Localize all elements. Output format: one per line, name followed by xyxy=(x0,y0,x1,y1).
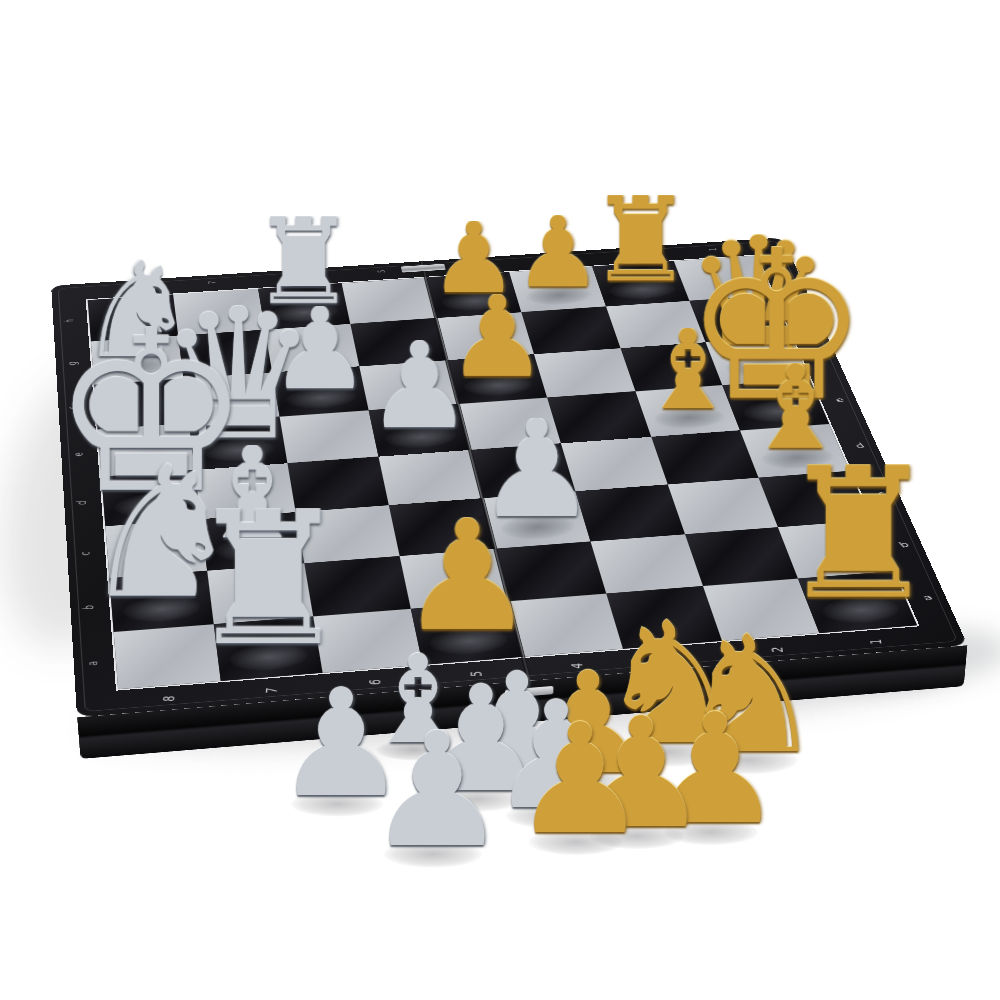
square-c4: ♟ xyxy=(482,491,590,548)
square-e2: ♝ xyxy=(635,385,740,437)
square-b5 xyxy=(400,548,509,608)
piece-reflection-e2 xyxy=(651,405,728,431)
square-c6 xyxy=(295,505,400,563)
file-label-right-g: g xyxy=(794,310,807,318)
square-g5 xyxy=(351,318,447,366)
file-label-right-c: c xyxy=(875,489,889,498)
square-d8: ♚ xyxy=(101,470,200,526)
square-a6 xyxy=(313,609,423,673)
piece-reflection-h4 xyxy=(439,289,510,312)
piece-reflection-b8 xyxy=(122,594,202,625)
rank-label-front-4: 4 xyxy=(568,663,586,669)
file-label-left-e: e xyxy=(71,452,86,456)
piece-reflection-a1 xyxy=(818,595,904,626)
square-g4 xyxy=(436,312,534,360)
square-b7 xyxy=(207,563,313,624)
square-e1: ♚ xyxy=(723,379,830,430)
square-c5 xyxy=(389,498,495,556)
square-f1: ♛ xyxy=(706,336,810,385)
square-e4 xyxy=(458,398,560,450)
rank-label-front-5: 5 xyxy=(467,671,485,677)
square-d3 xyxy=(561,437,668,491)
square-d5 xyxy=(379,450,483,505)
square-e3 xyxy=(547,391,651,443)
silver-rook-h6: ♜ xyxy=(251,216,357,308)
piece-reflection-h2 xyxy=(607,278,679,301)
scene: ♜♟♟♜♞♟♟♛♛♟♝♚♚♝♝♟♞♜♟♜ 88hh77gg66ff55ee44d… xyxy=(0,0,1000,1000)
square-g7 xyxy=(178,330,272,379)
square-h7 xyxy=(173,289,265,336)
square-a1: ♜ xyxy=(798,571,917,633)
square-e5: ♟ xyxy=(369,404,470,457)
square-b6 xyxy=(304,556,411,617)
file-label-left-c: c xyxy=(78,552,93,556)
square-h4: ♟ xyxy=(426,272,521,318)
file-label-left-f: f xyxy=(68,407,82,409)
square-e8 xyxy=(98,423,195,477)
square-b8: ♞ xyxy=(109,570,213,632)
file-label-right-b: b xyxy=(896,540,911,550)
square-f6: ♟ xyxy=(272,366,369,417)
piece-reflection-e1 xyxy=(740,398,817,424)
file-label-left-b: b xyxy=(81,605,97,610)
square-h1 xyxy=(674,256,773,301)
file-label-left-g: g xyxy=(65,362,79,366)
square-g1 xyxy=(690,295,791,342)
rank-label-front-7: 7 xyxy=(263,688,281,694)
piece-reflection-h3 xyxy=(523,284,594,307)
chess-board: ♜♟♟♜♞♟♟♛♛♟♝♚♚♝♝♟♞♜♟♜ 88hh77gg66ff55ee44d… xyxy=(51,238,967,718)
piece-reflection-c4 xyxy=(498,513,578,542)
square-d1: ♝ xyxy=(740,424,849,478)
piece-reflection-d1 xyxy=(758,444,837,471)
file-label-right-a: a xyxy=(920,592,935,602)
square-g8: ♞ xyxy=(91,335,183,384)
square-f5 xyxy=(360,360,459,410)
square-c3 xyxy=(575,484,684,541)
piece-reflection-e7 xyxy=(201,437,276,464)
square-c1 xyxy=(759,471,871,527)
piece-reflection-d8 xyxy=(113,491,189,519)
rank-label-front-1: 1 xyxy=(866,639,884,645)
square-b3 xyxy=(590,534,702,594)
file-label-right-e: e xyxy=(833,396,847,404)
square-e6 xyxy=(279,410,379,463)
square-c7: ♝ xyxy=(201,512,304,570)
piece-reflection-f1 xyxy=(722,355,798,380)
square-c8 xyxy=(105,519,207,578)
file-label-right-h: h xyxy=(777,269,790,276)
square-a3 xyxy=(606,586,721,649)
board-clasp xyxy=(505,686,553,698)
square-b4 xyxy=(495,541,606,601)
square-h3: ♟ xyxy=(509,267,606,313)
gold-pawn-h3: ♟ xyxy=(514,215,602,291)
chess-set-product-photo: ♜♟♟♜♞♟♟♛♛♟♝♚♚♝♝♟♞♜♟♜ 88hh77gg66ff55ee44d… xyxy=(0,0,1000,1000)
square-h2: ♜ xyxy=(592,261,690,306)
file-label-left-h: h xyxy=(62,319,76,322)
piece-reflection-a5 xyxy=(427,625,511,657)
square-f7 xyxy=(183,372,279,423)
gold-pawn-h4: ♟ xyxy=(430,221,518,298)
square-a8 xyxy=(114,624,221,689)
piece-reflection-f4 xyxy=(461,373,535,398)
square-b1 xyxy=(778,520,893,579)
square-h6: ♜ xyxy=(258,283,351,329)
piece-reflection-c7 xyxy=(214,534,292,563)
square-f3 xyxy=(534,348,635,398)
square-f4: ♟ xyxy=(447,354,547,404)
square-h5 xyxy=(342,278,436,324)
square-f8 xyxy=(94,378,188,429)
piece-reflection-h6 xyxy=(270,301,340,324)
square-g2 xyxy=(606,301,706,348)
board-grid: ♜♟♟♜♞♟♟♛♛♟♝♚♚♝♝♟♞♜♟♜ xyxy=(86,255,920,691)
file-label-left-d: d xyxy=(74,501,89,505)
square-a5: ♟ xyxy=(411,601,523,664)
square-f2 xyxy=(620,342,723,391)
square-a7: ♜ xyxy=(214,617,323,681)
piece-reflection-e5 xyxy=(383,424,459,450)
square-h8 xyxy=(88,294,178,341)
piece-reflection-f6 xyxy=(285,385,358,410)
square-g3 xyxy=(521,306,620,354)
file-label-right-d: d xyxy=(853,441,867,450)
square-a2 xyxy=(702,579,819,641)
rank-label-front-3: 3 xyxy=(668,655,686,661)
rank-label-rear-7: 7 xyxy=(207,281,219,284)
rank-label-front-8: 8 xyxy=(159,696,178,702)
rank-label-front-2: 2 xyxy=(768,647,786,653)
square-a4 xyxy=(509,594,623,657)
rank-label-rear-1: 1 xyxy=(707,248,719,251)
square-d2 xyxy=(651,430,759,484)
rank-label-rear-3: 3 xyxy=(542,259,554,262)
rank-label-front-6: 6 xyxy=(365,679,383,685)
piece-reflection-a7 xyxy=(227,641,309,673)
square-d6 xyxy=(287,457,389,512)
piece-reflection-g8 xyxy=(102,354,173,379)
square-e7: ♛ xyxy=(189,417,287,470)
rank-label-rear-2: 2 xyxy=(625,253,637,256)
square-g6 xyxy=(264,324,359,372)
file-label-left-a: a xyxy=(85,661,101,666)
file-label-right-f: f xyxy=(815,352,825,359)
rank-label-rear-4: 4 xyxy=(459,264,471,267)
rank-label-rear-6: 6 xyxy=(291,275,303,278)
rank-label-rear-8: 8 xyxy=(121,287,134,290)
square-d4 xyxy=(470,443,575,498)
square-d7 xyxy=(195,463,296,519)
rank-label-rear-5: 5 xyxy=(375,270,387,273)
